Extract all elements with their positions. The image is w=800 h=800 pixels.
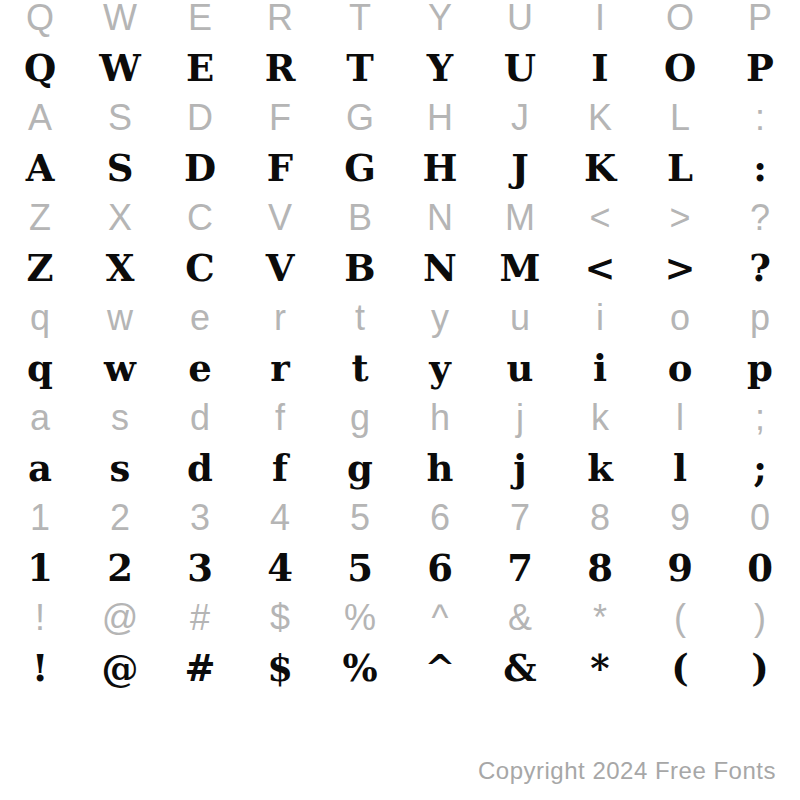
glyph-cell: &: [480, 643, 560, 693]
glyph-cell: J: [480, 93, 560, 143]
glyph-cell: d: [160, 443, 240, 493]
glyph-cell: k: [560, 393, 640, 443]
glyph-cell: p: [720, 343, 800, 393]
glyph-cell: U: [480, 43, 560, 93]
glyph-cell: e: [160, 343, 240, 393]
glyph-cell: <: [560, 243, 640, 293]
glyph-cell: S: [80, 143, 160, 193]
glyph-cell: K: [560, 93, 640, 143]
glyph-cell: A: [0, 93, 80, 143]
glyph-cell: ?: [720, 243, 800, 293]
glyph-cell: >: [640, 243, 720, 293]
glyph-cell: 4: [240, 493, 320, 543]
glyph-cell: L: [640, 93, 720, 143]
glyph-cell: 7: [480, 543, 560, 593]
glyph-cell: 0: [720, 543, 800, 593]
glyph-cell: 8: [560, 543, 640, 593]
glyph-cell: G: [320, 93, 400, 143]
glyph-cell: Z: [0, 193, 80, 243]
glyph-cell: w: [80, 343, 160, 393]
glyph-cell: V: [240, 193, 320, 243]
glyph-cell: F: [240, 143, 320, 193]
glyph-cell: !: [0, 643, 80, 693]
glyph-cell: I: [560, 43, 640, 93]
glyph-cell: F: [240, 93, 320, 143]
glyph-cell: 0: [720, 493, 800, 543]
glyph-cell: G: [320, 143, 400, 193]
glyph-cell: 2: [80, 543, 160, 593]
glyph-cell: (: [640, 643, 720, 693]
glyph-cell: M: [480, 193, 560, 243]
glyph-cell: f: [240, 443, 320, 493]
glyph-cell: r: [240, 343, 320, 393]
glyph-cell: Y: [400, 43, 480, 93]
glyph-cell: T: [320, 0, 400, 43]
glyph-cell: L: [640, 143, 720, 193]
glyph-cell: f: [240, 393, 320, 443]
glyph-cell: %: [320, 643, 400, 693]
glyph-cell: A: [0, 143, 80, 193]
glyph-cell: l: [640, 393, 720, 443]
glyph-cell: J: [480, 143, 560, 193]
glyph-cell: S: [80, 93, 160, 143]
glyph-cell: X: [80, 243, 160, 293]
glyph-cell: R: [240, 43, 320, 93]
glyph-cell: K: [560, 143, 640, 193]
glyph-cell: e: [160, 293, 240, 343]
glyph-cell: 5: [320, 543, 400, 593]
glyph-cell: 6: [400, 543, 480, 593]
glyph-cell: W: [80, 43, 160, 93]
glyph-cell: o: [640, 343, 720, 393]
glyph-cell: H: [400, 143, 480, 193]
glyph-cell: N: [400, 193, 480, 243]
glyph-cell: :: [720, 143, 800, 193]
glyph-cell: 7: [480, 493, 560, 543]
glyph-cell: N: [400, 243, 480, 293]
glyph-cell: H: [400, 93, 480, 143]
glyph-cell: 3: [160, 493, 240, 543]
glyph-cell: t: [320, 343, 400, 393]
glyph-cell: i: [560, 293, 640, 343]
glyph-cell: 2: [80, 493, 160, 543]
glyph-cell: D: [160, 93, 240, 143]
glyph-cell: ?: [720, 193, 800, 243]
glyph-cell: &: [480, 593, 560, 643]
glyph-cell: O: [640, 43, 720, 93]
glyph-cell: >: [640, 193, 720, 243]
glyph-cell: I: [560, 0, 640, 43]
glyph-cell: O: [640, 0, 720, 43]
glyph-cell: #: [160, 643, 240, 693]
glyph-cell: s: [80, 443, 160, 493]
glyph-cell: *: [560, 593, 640, 643]
glyph-cell: ^: [400, 643, 480, 693]
glyph-cell: p: [720, 293, 800, 343]
glyph-cell: @: [80, 593, 160, 643]
glyph-cell: D: [160, 143, 240, 193]
glyph-cell: @: [80, 643, 160, 693]
glyph-cell: Z: [0, 243, 80, 293]
glyph-cell: V: [240, 243, 320, 293]
glyph-cell: t: [320, 293, 400, 343]
glyph-cell: U: [480, 0, 560, 43]
glyph-cell: %: [320, 593, 400, 643]
glyph-cell: 9: [640, 543, 720, 593]
glyph-cell: ): [720, 593, 800, 643]
glyph-cell: u: [480, 293, 560, 343]
glyph-cell: Y: [400, 0, 480, 43]
glyph-cell: E: [160, 0, 240, 43]
glyph-cell: k: [560, 443, 640, 493]
glyph-cell: q: [0, 293, 80, 343]
glyph-cell: R: [240, 0, 320, 43]
glyph-cell: $: [240, 643, 320, 693]
glyph-cell: h: [400, 393, 480, 443]
font-specimen-sheet: QWERTYUIOPQWERTYUIOPASDFGHJKL:ASDFGHJKL:…: [0, 0, 800, 800]
glyph-cell: ;: [720, 443, 800, 493]
character-grid: QWERTYUIOPQWERTYUIOPASDFGHJKL:ASDFGHJKL:…: [0, 0, 800, 693]
glyph-cell: 6: [400, 493, 480, 543]
glyph-cell: ^: [400, 593, 480, 643]
glyph-cell: j: [480, 443, 560, 493]
glyph-cell: y: [400, 343, 480, 393]
glyph-cell: l: [640, 443, 720, 493]
glyph-cell: o: [640, 293, 720, 343]
glyph-cell: g: [320, 443, 400, 493]
glyph-cell: P: [720, 0, 800, 43]
glyph-cell: j: [480, 393, 560, 443]
glyph-cell: a: [0, 443, 80, 493]
glyph-cell: B: [320, 193, 400, 243]
glyph-cell: C: [160, 193, 240, 243]
glyph-cell: i: [560, 343, 640, 393]
glyph-cell: E: [160, 43, 240, 93]
glyph-cell: h: [400, 443, 480, 493]
glyph-cell: <: [560, 193, 640, 243]
glyph-cell: u: [480, 343, 560, 393]
glyph-cell: T: [320, 43, 400, 93]
glyph-cell: 9: [640, 493, 720, 543]
glyph-cell: q: [0, 343, 80, 393]
glyph-cell: C: [160, 243, 240, 293]
glyph-cell: 1: [0, 543, 80, 593]
glyph-cell: Q: [0, 0, 80, 43]
glyph-cell: a: [0, 393, 80, 443]
glyph-cell: w: [80, 293, 160, 343]
glyph-cell: P: [720, 43, 800, 93]
glyph-cell: :: [720, 93, 800, 143]
glyph-cell: 8: [560, 493, 640, 543]
glyph-cell: ): [720, 643, 800, 693]
copyright-text: Copyright 2024 Free Fonts: [478, 757, 776, 785]
glyph-cell: g: [320, 393, 400, 443]
glyph-cell: 3: [160, 543, 240, 593]
glyph-cell: B: [320, 243, 400, 293]
glyph-cell: $: [240, 593, 320, 643]
glyph-cell: *: [560, 643, 640, 693]
glyph-cell: 4: [240, 543, 320, 593]
glyph-cell: W: [80, 0, 160, 43]
glyph-cell: 5: [320, 493, 400, 543]
glyph-cell: d: [160, 393, 240, 443]
glyph-cell: M: [480, 243, 560, 293]
glyph-cell: 1: [0, 493, 80, 543]
glyph-cell: s: [80, 393, 160, 443]
glyph-cell: X: [80, 193, 160, 243]
glyph-cell: ;: [720, 393, 800, 443]
glyph-cell: (: [640, 593, 720, 643]
glyph-cell: y: [400, 293, 480, 343]
glyph-cell: r: [240, 293, 320, 343]
glyph-cell: Q: [0, 43, 80, 93]
glyph-cell: #: [160, 593, 240, 643]
glyph-cell: !: [0, 593, 80, 643]
